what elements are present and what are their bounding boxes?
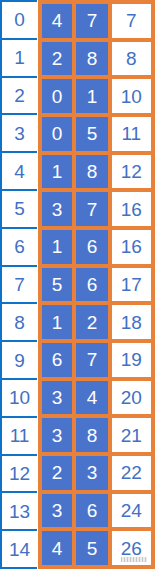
values-grid: 4772880110051118123716161656171218671934… [38,0,155,569]
value-a-cell: 3 [40,492,74,530]
number-grid: 01234567891011121314 4772880110051118123… [0,0,155,569]
result-cell: 21 [110,416,153,454]
value-a-cell: 1 [40,228,74,266]
value-b-cell: 5 [74,115,109,153]
index-cell: 5 [1,190,37,228]
index-cell: 9 [1,341,37,379]
value-b-cell: 7 [74,190,109,228]
result-cell: 16 [110,190,153,228]
value-a-cell: 3 [40,379,74,417]
index-cell: 10 [1,379,37,417]
value-a-cell: 4 [40,529,74,567]
value-a-cell: 0 [40,115,74,153]
value-b-cell: 6 [74,492,109,530]
index-cell: 14 [1,530,37,568]
value-b-cell: 8 [74,416,109,454]
watermark [121,557,147,562]
value-a-cell: 0 [40,77,74,115]
index-cell: 12 [1,455,37,493]
value-b-cell: 1 [74,77,109,115]
result-cell: 18 [110,303,153,341]
value-b-cell: 8 [74,40,109,78]
value-b-cell: 7 [74,341,109,379]
index-cell: 0 [1,1,37,39]
index-cell: 13 [1,492,37,530]
index-cell: 3 [1,114,37,152]
value-a-cell: 3 [40,416,74,454]
value-a-cell: 2 [40,454,74,492]
index-cell: 2 [1,77,37,115]
result-cell: 17 [110,266,153,304]
result-cell: 10 [110,77,153,115]
result-cell: 12 [110,153,153,191]
value-b-cell: 4 [74,379,109,417]
value-a-cell: 6 [40,341,74,379]
value-b-cell: 6 [74,228,109,266]
value-a-cell: 2 [40,40,74,78]
value-b-cell: 6 [74,266,109,304]
result-cell: 20 [110,379,153,417]
result-cell: 16 [110,228,153,266]
value-b-cell: 8 [74,153,109,191]
result-cell: 8 [110,40,153,78]
index-cell: 7 [1,266,37,304]
result-cell: 7 [110,2,153,40]
result-cell: 19 [110,341,153,379]
index-cell: 6 [1,228,37,266]
result-cell: 22 [110,454,153,492]
index-cell: 1 [1,39,37,77]
value-a-cell: 1 [40,153,74,191]
result-cell: 24 [110,492,153,530]
value-b-cell: 3 [74,454,109,492]
index-cell: 4 [1,152,37,190]
result-cell: 11 [110,115,153,153]
value-a-cell: 1 [40,303,74,341]
index-cell: 8 [1,303,37,341]
value-a-cell: 3 [40,190,74,228]
index-column: 01234567891011121314 [0,0,37,569]
value-a-cell: 4 [40,2,74,40]
value-b-cell: 5 [74,529,109,567]
value-b-cell: 7 [74,2,109,40]
value-b-cell: 2 [74,303,109,341]
value-a-cell: 5 [40,266,74,304]
index-cell: 11 [1,417,37,455]
